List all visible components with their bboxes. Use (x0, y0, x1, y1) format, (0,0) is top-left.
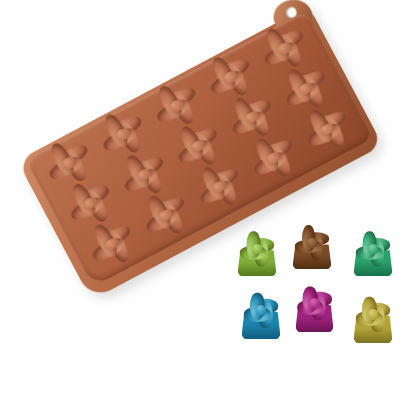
chocolate-swirl (236, 230, 278, 269)
chocolate-green (236, 230, 278, 276)
chocolate-magenta (294, 283, 335, 332)
swirl-lobe (302, 225, 315, 252)
swirl-lobe (297, 300, 323, 315)
chocolate-mint (352, 230, 394, 276)
swirl-lobe (361, 297, 376, 324)
chocolate-olive (352, 294, 394, 343)
chocolate-swirl (240, 290, 282, 331)
product-photo-scene (0, 0, 416, 416)
chocolate-swirl (291, 225, 333, 262)
chocolate-swirl (294, 283, 335, 324)
swirl-lobe (249, 293, 264, 320)
chocolate-blue (240, 290, 282, 339)
swirl-lobe (246, 231, 260, 258)
swirl-lobe (303, 287, 318, 313)
chocolate-brown (291, 225, 333, 269)
chocolate-swirl (352, 230, 394, 269)
swirl-lobe (362, 231, 376, 258)
chocolate-swirl (352, 294, 394, 335)
